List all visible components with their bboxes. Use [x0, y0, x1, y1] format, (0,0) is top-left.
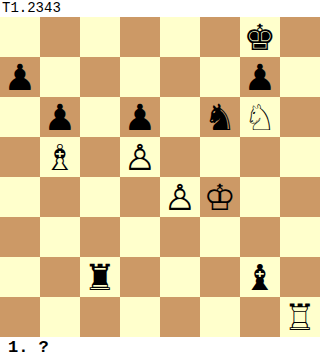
square-b6[interactable]: ♟: [40, 97, 80, 137]
square-a6[interactable]: [0, 97, 40, 137]
square-g6[interactable]: ♘: [240, 97, 280, 137]
square-h6[interactable]: [280, 97, 320, 137]
square-d6[interactable]: ♟: [120, 97, 160, 137]
square-d5[interactable]: ♙: [120, 137, 160, 177]
piece-black-pawn: ♟: [40, 97, 80, 137]
square-a4[interactable]: [0, 177, 40, 217]
square-c2[interactable]: ♜: [80, 257, 120, 297]
square-c1[interactable]: [80, 297, 120, 337]
piece-black-rook: ♜: [80, 257, 120, 297]
square-f8[interactable]: [200, 17, 240, 57]
square-h7[interactable]: [280, 57, 320, 97]
square-g3[interactable]: [240, 217, 280, 257]
piece-black-pawn: ♟: [120, 97, 160, 137]
square-h8[interactable]: [280, 17, 320, 57]
diagram-title: T1.2343: [0, 0, 320, 17]
square-c5[interactable]: [80, 137, 120, 177]
piece-white-rook: ♖: [280, 297, 320, 337]
square-c6[interactable]: [80, 97, 120, 137]
piece-black-knight: ♞: [200, 97, 240, 137]
square-g4[interactable]: [240, 177, 280, 217]
square-a1[interactable]: [0, 297, 40, 337]
square-f1[interactable]: [200, 297, 240, 337]
square-h1[interactable]: ♖: [280, 297, 320, 337]
square-e3[interactable]: [160, 217, 200, 257]
piece-white-knight: ♘: [240, 97, 280, 137]
square-h5[interactable]: [280, 137, 320, 177]
square-d3[interactable]: [120, 217, 160, 257]
square-f3[interactable]: [200, 217, 240, 257]
square-g2[interactable]: ♝: [240, 257, 280, 297]
piece-white-bishop: ♗: [40, 137, 80, 177]
move-prompt: 1. ?: [0, 337, 320, 360]
square-a2[interactable]: [0, 257, 40, 297]
square-f2[interactable]: [200, 257, 240, 297]
piece-white-pawn: ♙: [160, 177, 200, 217]
square-d1[interactable]: [120, 297, 160, 337]
square-f5[interactable]: [200, 137, 240, 177]
chess-board: ♚♟♟♟♟♞♘♗♙♙♔♜♝♖: [0, 17, 320, 337]
square-g7[interactable]: ♟: [240, 57, 280, 97]
square-b2[interactable]: [40, 257, 80, 297]
square-g5[interactable]: [240, 137, 280, 177]
square-g1[interactable]: [240, 297, 280, 337]
square-h4[interactable]: [280, 177, 320, 217]
square-e4[interactable]: ♙: [160, 177, 200, 217]
piece-white-pawn: ♙: [120, 137, 160, 177]
square-h2[interactable]: [280, 257, 320, 297]
square-e8[interactable]: [160, 17, 200, 57]
square-f4[interactable]: ♔: [200, 177, 240, 217]
square-c3[interactable]: [80, 217, 120, 257]
square-c4[interactable]: [80, 177, 120, 217]
square-h3[interactable]: [280, 217, 320, 257]
square-c7[interactable]: [80, 57, 120, 97]
square-g8[interactable]: ♚: [240, 17, 280, 57]
square-f7[interactable]: [200, 57, 240, 97]
square-d4[interactable]: [120, 177, 160, 217]
square-e2[interactable]: [160, 257, 200, 297]
square-b4[interactable]: [40, 177, 80, 217]
square-d7[interactable]: [120, 57, 160, 97]
square-a8[interactable]: [0, 17, 40, 57]
square-b1[interactable]: [40, 297, 80, 337]
piece-black-bishop: ♝: [240, 257, 280, 297]
square-a5[interactable]: [0, 137, 40, 177]
square-c8[interactable]: [80, 17, 120, 57]
piece-black-king: ♚: [240, 17, 280, 57]
square-b5[interactable]: ♗: [40, 137, 80, 177]
square-e5[interactable]: [160, 137, 200, 177]
square-b3[interactable]: [40, 217, 80, 257]
square-d8[interactable]: [120, 17, 160, 57]
square-a7[interactable]: ♟: [0, 57, 40, 97]
chess-diagram-page: T1.2343 ♚♟♟♟♟♞♘♗♙♙♔♜♝♖ 1. ?: [0, 0, 320, 360]
square-b8[interactable]: [40, 17, 80, 57]
piece-black-pawn: ♟: [240, 57, 280, 97]
square-a3[interactable]: [0, 217, 40, 257]
square-e7[interactable]: [160, 57, 200, 97]
square-d2[interactable]: [120, 257, 160, 297]
square-e6[interactable]: [160, 97, 200, 137]
square-e1[interactable]: [160, 297, 200, 337]
square-f6[interactable]: ♞: [200, 97, 240, 137]
piece-white-king: ♔: [200, 177, 240, 217]
square-b7[interactable]: [40, 57, 80, 97]
piece-black-pawn: ♟: [0, 57, 40, 97]
